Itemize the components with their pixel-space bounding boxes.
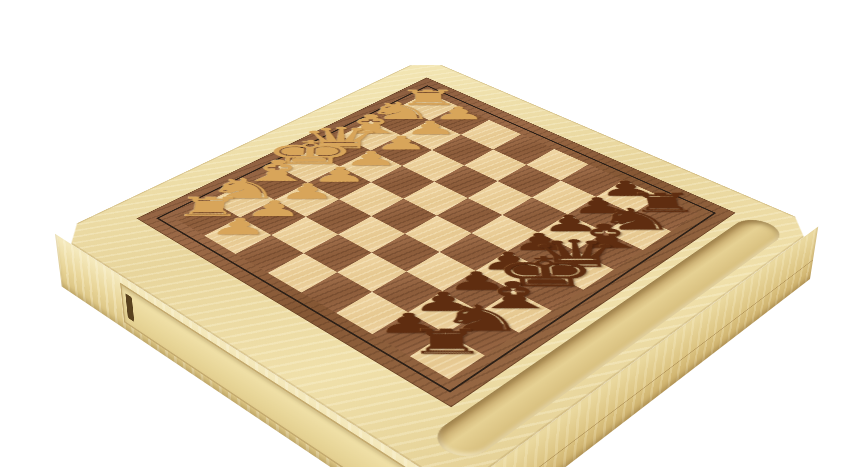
- square-g2: ♟: [240, 200, 306, 235]
- square-d5: [437, 198, 502, 233]
- square-f1: ♝: [244, 167, 307, 200]
- square-b2: ♟: [401, 120, 461, 150]
- knight-glyph: ♞: [203, 174, 284, 202]
- bishop-glyph: ♝: [332, 111, 410, 137]
- square-a4: [493, 134, 554, 165]
- rook-glyph: ♜: [397, 87, 461, 108]
- square-c2: ♟: [371, 135, 432, 166]
- pawn-glyph: ♟: [311, 164, 369, 184]
- square-c5: [468, 181, 532, 215]
- square-e4: [371, 199, 437, 234]
- square-c3: [402, 150, 464, 182]
- square-e2: ♟: [308, 166, 371, 199]
- pawn-glyph: ♟: [207, 215, 271, 238]
- pawn-glyph: ♟: [277, 181, 337, 202]
- square-a8: ♜: [633, 196, 698, 231]
- pawn-glyph: ♟: [595, 178, 658, 199]
- square-d1: ♛: [310, 136, 371, 167]
- square-e1: ♚: [278, 151, 340, 183]
- king-glyph: ♚: [261, 136, 357, 168]
- square-a6: [561, 164, 624, 197]
- square-b6: [532, 181, 596, 215]
- square-d4: [403, 182, 467, 216]
- pawn-glyph: ♟: [432, 104, 487, 122]
- bishop-glyph: ♝: [235, 156, 320, 185]
- knight-glyph: ♞: [364, 99, 436, 123]
- square-a5: [526, 149, 588, 181]
- rook-glyph: ♜: [171, 193, 247, 219]
- square-a2: ♟: [430, 106, 489, 135]
- square-d3: [371, 166, 434, 199]
- square-e3: [339, 182, 403, 216]
- square-b5: [498, 165, 561, 198]
- square-f2: ♟: [275, 183, 339, 217]
- pawn-glyph: ♟: [243, 197, 305, 219]
- square-a1: ♜: [400, 93, 458, 121]
- square-f3: [306, 199, 372, 234]
- box-frame-top: ♜♟♟♜♞♟♟♞♝♟♟♝♛♟♟♛♚♟♟♚♝♟♟♝♞♟♟♞♜♟♟♜: [55, 58, 818, 467]
- square-c6: [502, 197, 567, 232]
- square-a7: ♟: [596, 180, 660, 214]
- chess-box: ♜♟♟♜♞♟♟♞♝♟♟♝♛♟♟♛♚♟♟♚♝♟♟♝♞♟♟♞♜♟♟♜: [55, 58, 818, 467]
- pawn-glyph: ♟: [343, 148, 400, 168]
- queen-glyph: ♛: [296, 123, 384, 153]
- square-g1: ♞: [210, 183, 275, 217]
- pawn-glyph: ♟: [567, 194, 630, 216]
- chess-set-photo: ♜♟♟♜♞♟♟♞♝♟♟♝♛♟♟♛♚♟♟♚♝♟♟♝♞♟♟♞♜♟♟♜: [0, 0, 860, 467]
- square-a3: [461, 120, 521, 150]
- square-b3: [432, 135, 493, 166]
- pawn-glyph: ♟: [374, 133, 430, 152]
- scene: ♜♟♟♜♞♟♟♞♝♟♟♝♛♟♟♛♚♟♟♚♝♟♟♝♞♟♟♞♜♟♟♜: [0, 0, 860, 467]
- drawer-slot: [125, 293, 134, 322]
- square-c4: [434, 165, 497, 198]
- pawn-glyph: ♟: [404, 118, 459, 136]
- rook-glyph: ♜: [406, 324, 489, 358]
- rook-glyph: ♜: [624, 189, 702, 215]
- square-c1: ♝: [341, 121, 401, 151]
- square-b7: ♟: [568, 197, 633, 232]
- square-d2: ♟: [340, 151, 402, 183]
- square-b1: ♞: [371, 107, 430, 136]
- knight-glyph: ♞: [592, 204, 679, 234]
- square-b4: [464, 150, 526, 182]
